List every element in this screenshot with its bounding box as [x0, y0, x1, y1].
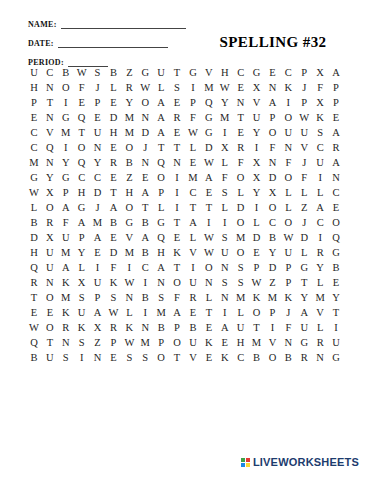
grid-cell-r18c5[interactable]: X — [90, 321, 106, 336]
grid-cell-r3c20[interactable]: P — [328, 96, 344, 111]
grid-cell-r17c8[interactable]: I — [137, 306, 153, 321]
grid-cell-r4c5[interactable]: E — [90, 111, 106, 126]
grid-cell-r12c19[interactable]: I — [312, 231, 328, 246]
grid-cell-r5c17[interactable]: U — [280, 126, 296, 141]
grid-cell-r10c10[interactable]: I — [169, 201, 185, 216]
grid-cell-r12c9[interactable]: Q — [153, 231, 169, 246]
grid-cell-r1c14[interactable]: C — [233, 66, 249, 81]
grid-cell-r7c6[interactable]: R — [105, 156, 121, 171]
grid-cell-r19c14[interactable]: H — [233, 336, 249, 351]
grid-cell-r2c7[interactable]: R — [121, 81, 137, 96]
grid-cell-r13c7[interactable]: M — [121, 246, 137, 261]
grid-cell-r10c20[interactable]: E — [328, 201, 344, 216]
grid-cell-r20c17[interactable]: B — [280, 351, 296, 366]
grid-cell-r5c18[interactable]: U — [296, 126, 312, 141]
grid-cell-r9c11[interactable]: C — [185, 186, 201, 201]
grid-cell-r4c10[interactable]: R — [169, 111, 185, 126]
grid-cell-r6c13[interactable]: X — [217, 141, 233, 156]
grid-cell-r19c11[interactable]: U — [185, 336, 201, 351]
grid-cell-r12c13[interactable]: S — [217, 231, 233, 246]
grid-cell-r3c9[interactable]: A — [153, 96, 169, 111]
grid-cell-r12c7[interactable]: V — [121, 231, 137, 246]
grid-cell-r3c5[interactable]: P — [90, 96, 106, 111]
grid-cell-r20c12[interactable]: E — [201, 351, 217, 366]
grid-cell-r2c12[interactable]: M — [201, 81, 217, 96]
grid-cell-r10c3[interactable]: A — [58, 201, 74, 216]
grid-cell-r20c3[interactable]: S — [58, 351, 74, 366]
grid-cell-r3c16[interactable]: A — [264, 96, 280, 111]
grid-cell-r12c4[interactable]: P — [74, 231, 90, 246]
grid-cell-r3c2[interactable]: T — [42, 96, 58, 111]
grid-cell-r19c1[interactable]: Q — [26, 336, 42, 351]
grid-cell-r2c15[interactable]: X — [249, 81, 265, 96]
grid-cell-r18c3[interactable]: R — [58, 321, 74, 336]
grid-cell-r16c1[interactable]: T — [26, 291, 42, 306]
grid-cell-r4c8[interactable]: N — [137, 111, 153, 126]
grid-cell-r6c15[interactable]: I — [249, 141, 265, 156]
grid-cell-r14c4[interactable]: L — [74, 261, 90, 276]
grid-cell-r11c2[interactable]: R — [42, 216, 58, 231]
grid-cell-r15c16[interactable]: Z — [264, 276, 280, 291]
grid-cell-r17c14[interactable]: L — [233, 306, 249, 321]
grid-cell-r7c5[interactable]: Y — [90, 156, 106, 171]
grid-cell-r11c15[interactable]: L — [249, 216, 265, 231]
grid-cell-r4c19[interactable]: K — [312, 111, 328, 126]
grid-cell-r13c6[interactable]: D — [105, 246, 121, 261]
grid-cell-r18c16[interactable]: I — [264, 321, 280, 336]
grid-cell-r16c13[interactable]: N — [217, 291, 233, 306]
grid-cell-r3c14[interactable]: N — [233, 96, 249, 111]
grid-cell-r19c13[interactable]: E — [217, 336, 233, 351]
grid-cell-r5c1[interactable]: C — [26, 126, 42, 141]
grid-cell-r5c8[interactable]: D — [137, 126, 153, 141]
grid-cell-r14c11[interactable]: I — [185, 261, 201, 276]
grid-cell-r10c9[interactable]: L — [153, 201, 169, 216]
grid-cell-r17c3[interactable]: K — [58, 306, 74, 321]
grid-cell-r10c15[interactable]: I — [249, 201, 265, 216]
grid-cell-r15c5[interactable]: U — [90, 276, 106, 291]
grid-cell-r14c8[interactable]: C — [137, 261, 153, 276]
grid-cell-r17c20[interactable]: T — [328, 306, 344, 321]
grid-cell-r15c15[interactable]: W — [249, 276, 265, 291]
grid-cell-r20c16[interactable]: O — [264, 351, 280, 366]
grid-cell-r1c13[interactable]: H — [217, 66, 233, 81]
grid-cell-r1c6[interactable]: B — [105, 66, 121, 81]
grid-cell-r19c15[interactable]: M — [249, 336, 265, 351]
grid-cell-r19c19[interactable]: R — [312, 336, 328, 351]
grid-cell-r19c8[interactable]: M — [137, 336, 153, 351]
grid-cell-r19c6[interactable]: P — [105, 336, 121, 351]
grid-cell-r2c18[interactable]: J — [296, 81, 312, 96]
grid-cell-r20c13[interactable]: K — [217, 351, 233, 366]
grid-cell-r16c10[interactable]: F — [169, 291, 185, 306]
grid-cell-r13c19[interactable]: R — [312, 246, 328, 261]
grid-cell-r14c6[interactable]: F — [105, 261, 121, 276]
grid-cell-r17c1[interactable]: E — [26, 306, 42, 321]
grid-cell-r9c3[interactable]: P — [58, 186, 74, 201]
grid-cell-r13c13[interactable]: U — [217, 246, 233, 261]
grid-cell-r15c14[interactable]: S — [233, 276, 249, 291]
grid-cell-r13c14[interactable]: O — [233, 246, 249, 261]
grid-cell-r15c11[interactable]: U — [185, 276, 201, 291]
grid-cell-r7c3[interactable]: Y — [58, 156, 74, 171]
grid-cell-r6c14[interactable]: R — [233, 141, 249, 156]
grid-cell-r11c11[interactable]: A — [185, 216, 201, 231]
grid-cell-r8c13[interactable]: F — [217, 171, 233, 186]
grid-cell-r9c15[interactable]: Y — [249, 186, 265, 201]
grid-cell-r15c4[interactable]: X — [74, 276, 90, 291]
grid-cell-r4c9[interactable]: A — [153, 111, 169, 126]
grid-cell-r2c10[interactable]: S — [169, 81, 185, 96]
grid-cell-r7c11[interactable]: E — [185, 156, 201, 171]
grid-cell-r13c9[interactable]: H — [153, 246, 169, 261]
grid-cell-r14c14[interactable]: S — [233, 261, 249, 276]
grid-cell-r7c14[interactable]: F — [233, 156, 249, 171]
grid-cell-r12c3[interactable]: U — [58, 231, 74, 246]
grid-cell-r5c12[interactable]: G — [201, 126, 217, 141]
grid-cell-r13c5[interactable]: E — [90, 246, 106, 261]
grid-cell-r18c15[interactable]: T — [249, 321, 265, 336]
grid-cell-r2c6[interactable]: L — [105, 81, 121, 96]
grid-cell-r3c18[interactable]: P — [296, 96, 312, 111]
grid-cell-r4c11[interactable]: F — [185, 111, 201, 126]
grid-cell-r8c9[interactable]: O — [153, 171, 169, 186]
grid-cell-r11c5[interactable]: M — [90, 216, 106, 231]
grid-cell-r17c17[interactable]: J — [280, 306, 296, 321]
grid-cell-r8c16[interactable]: D — [264, 171, 280, 186]
grid-cell-r6c6[interactable]: E — [105, 141, 121, 156]
grid-cell-r14c15[interactable]: P — [249, 261, 265, 276]
grid-cell-r1c11[interactable]: G — [185, 66, 201, 81]
grid-cell-r4c1[interactable]: E — [26, 111, 42, 126]
grid-cell-r5c2[interactable]: V — [42, 126, 58, 141]
grid-cell-r17c4[interactable]: U — [74, 306, 90, 321]
grid-cell-r16c9[interactable]: S — [153, 291, 169, 306]
grid-cell-r20c5[interactable]: N — [90, 351, 106, 366]
grid-cell-r8c17[interactable]: O — [280, 171, 296, 186]
grid-cell-r1c10[interactable]: T — [169, 66, 185, 81]
grid-cell-r1c2[interactable]: C — [42, 66, 58, 81]
grid-cell-r5c15[interactable]: Y — [249, 126, 265, 141]
grid-cell-r1c7[interactable]: Z — [121, 66, 137, 81]
grid-cell-r17c6[interactable]: W — [105, 306, 121, 321]
grid-cell-r12c1[interactable]: D — [26, 231, 42, 246]
grid-cell-r20c7[interactable]: S — [121, 351, 137, 366]
grid-cell-r2c19[interactable]: F — [312, 81, 328, 96]
grid-cell-r1c4[interactable]: W — [74, 66, 90, 81]
grid-cell-r7c13[interactable]: L — [217, 156, 233, 171]
grid-cell-r11c8[interactable]: B — [137, 216, 153, 231]
grid-cell-r5c6[interactable]: H — [105, 126, 121, 141]
grid-cell-r13c4[interactable]: Y — [74, 246, 90, 261]
grid-cell-r19c12[interactable]: K — [201, 336, 217, 351]
grid-cell-r4c18[interactable]: W — [296, 111, 312, 126]
grid-cell-r13c11[interactable]: V — [185, 246, 201, 261]
grid-cell-r6c18[interactable]: V — [296, 141, 312, 156]
grid-cell-r17c10[interactable]: A — [169, 306, 185, 321]
grid-cell-r15c3[interactable]: K — [58, 276, 74, 291]
grid-cell-r8c5[interactable]: C — [90, 171, 106, 186]
grid-cell-r20c1[interactable]: B — [26, 351, 42, 366]
grid-cell-r19c5[interactable]: Z — [90, 336, 106, 351]
grid-cell-r6c5[interactable]: N — [90, 141, 106, 156]
grid-cell-r4c20[interactable]: E — [328, 111, 344, 126]
grid-cell-r1c1[interactable]: U — [26, 66, 42, 81]
grid-cell-r17c5[interactable]: A — [90, 306, 106, 321]
grid-cell-r18c12[interactable]: E — [201, 321, 217, 336]
grid-cell-r12c6[interactable]: E — [105, 231, 121, 246]
grid-cell-r7c9[interactable]: Q — [153, 156, 169, 171]
grid-cell-r2c14[interactable]: E — [233, 81, 249, 96]
grid-cell-r15c7[interactable]: W — [121, 276, 137, 291]
grid-cell-r6c2[interactable]: Q — [42, 141, 58, 156]
grid-cell-r20c11[interactable]: V — [185, 351, 201, 366]
grid-cell-r16c3[interactable]: M — [58, 291, 74, 306]
grid-cell-r7c15[interactable]: X — [249, 156, 265, 171]
grid-cell-r17c15[interactable]: O — [249, 306, 265, 321]
grid-cell-r6c16[interactable]: F — [264, 141, 280, 156]
grid-cell-r6c7[interactable]: O — [121, 141, 137, 156]
grid-cell-r6c9[interactable]: T — [153, 141, 169, 156]
grid-cell-r9c4[interactable]: H — [74, 186, 90, 201]
grid-cell-r12c16[interactable]: B — [264, 231, 280, 246]
grid-cell-r5c13[interactable]: I — [217, 126, 233, 141]
grid-cell-r13c16[interactable]: Y — [264, 246, 280, 261]
grid-cell-r1c16[interactable]: E — [264, 66, 280, 81]
grid-cell-r10c2[interactable]: O — [42, 201, 58, 216]
grid-cell-r6c3[interactable]: I — [58, 141, 74, 156]
grid-cell-r5c3[interactable]: M — [58, 126, 74, 141]
grid-cell-r1c18[interactable]: P — [296, 66, 312, 81]
grid-cell-r9c9[interactable]: P — [153, 186, 169, 201]
grid-cell-r16c2[interactable]: O — [42, 291, 58, 306]
grid-cell-r18c18[interactable]: U — [296, 321, 312, 336]
grid-cell-r17c12[interactable]: T — [201, 306, 217, 321]
grid-cell-r2c13[interactable]: W — [217, 81, 233, 96]
grid-cell-r18c10[interactable]: P — [169, 321, 185, 336]
grid-cell-r12c18[interactable]: D — [296, 231, 312, 246]
grid-cell-r18c9[interactable]: B — [153, 321, 169, 336]
grid-cell-r11c16[interactable]: C — [264, 216, 280, 231]
grid-cell-r3c12[interactable]: Q — [201, 96, 217, 111]
grid-cell-r11c7[interactable]: G — [121, 216, 137, 231]
grid-cell-r7c7[interactable]: B — [121, 156, 137, 171]
grid-cell-r1c17[interactable]: C — [280, 66, 296, 81]
grid-cell-r16c12[interactable]: L — [201, 291, 217, 306]
grid-cell-r19c7[interactable]: W — [121, 336, 137, 351]
grid-cell-r10c16[interactable]: O — [264, 201, 280, 216]
grid-cell-r8c4[interactable]: C — [74, 171, 90, 186]
grid-cell-r5c11[interactable]: W — [185, 126, 201, 141]
grid-cell-r16c14[interactable]: M — [233, 291, 249, 306]
grid-cell-r4c12[interactable]: G — [201, 111, 217, 126]
grid-cell-r5c16[interactable]: O — [264, 126, 280, 141]
name-input-line[interactable] — [61, 19, 186, 29]
grid-cell-r9c18[interactable]: L — [296, 186, 312, 201]
grid-cell-r8c7[interactable]: Z — [121, 171, 137, 186]
grid-cell-r10c12[interactable]: T — [201, 201, 217, 216]
grid-cell-r15c12[interactable]: N — [201, 276, 217, 291]
grid-cell-r9c16[interactable]: X — [264, 186, 280, 201]
grid-cell-r13c20[interactable]: G — [328, 246, 344, 261]
grid-cell-r14c3[interactable]: A — [58, 261, 74, 276]
grid-cell-r8c20[interactable]: N — [328, 171, 344, 186]
grid-cell-r17c11[interactable]: E — [185, 306, 201, 321]
grid-cell-r16c19[interactable]: M — [312, 291, 328, 306]
grid-cell-r4c7[interactable]: M — [121, 111, 137, 126]
grid-cell-r16c4[interactable]: S — [74, 291, 90, 306]
grid-cell-r4c14[interactable]: T — [233, 111, 249, 126]
grid-cell-r10c18[interactable]: Z — [296, 201, 312, 216]
grid-cell-r7c12[interactable]: W — [201, 156, 217, 171]
grid-cell-r12c2[interactable]: X — [42, 231, 58, 246]
grid-cell-r9c14[interactable]: L — [233, 186, 249, 201]
grid-cell-r3c4[interactable]: E — [74, 96, 90, 111]
grid-cell-r8c10[interactable]: I — [169, 171, 185, 186]
grid-cell-r10c11[interactable]: T — [185, 201, 201, 216]
grid-cell-r8c18[interactable]: F — [296, 171, 312, 186]
grid-cell-r8c12[interactable]: A — [201, 171, 217, 186]
grid-cell-r17c7[interactable]: L — [121, 306, 137, 321]
grid-cell-r2c16[interactable]: N — [264, 81, 280, 96]
grid-cell-r14c2[interactable]: U — [42, 261, 58, 276]
grid-cell-r1c12[interactable]: V — [201, 66, 217, 81]
grid-cell-r16c7[interactable]: N — [121, 291, 137, 306]
grid-cell-r3c19[interactable]: X — [312, 96, 328, 111]
grid-cell-r20c8[interactable]: S — [137, 351, 153, 366]
grid-cell-r1c19[interactable]: X — [312, 66, 328, 81]
grid-cell-r9c2[interactable]: X — [42, 186, 58, 201]
grid-cell-r8c2[interactable]: Y — [42, 171, 58, 186]
grid-cell-r1c5[interactable]: S — [90, 66, 106, 81]
grid-cell-r19c2[interactable]: T — [42, 336, 58, 351]
grid-cell-r6c8[interactable]: J — [137, 141, 153, 156]
grid-cell-r15c13[interactable]: S — [217, 276, 233, 291]
grid-cell-r9c13[interactable]: S — [217, 186, 233, 201]
grid-cell-r1c15[interactable]: G — [249, 66, 265, 81]
grid-cell-r20c15[interactable]: B — [249, 351, 265, 366]
grid-cell-r7c20[interactable]: A — [328, 156, 344, 171]
grid-cell-r12c11[interactable]: L — [185, 231, 201, 246]
grid-cell-r14c5[interactable]: I — [90, 261, 106, 276]
grid-cell-r15c9[interactable]: N — [153, 276, 169, 291]
grid-cell-r12c12[interactable]: W — [201, 231, 217, 246]
grid-cell-r19c4[interactable]: S — [74, 336, 90, 351]
grid-cell-r20c10[interactable]: T — [169, 351, 185, 366]
grid-cell-r2c17[interactable]: K — [280, 81, 296, 96]
grid-cell-r5c10[interactable]: E — [169, 126, 185, 141]
grid-cell-r11c9[interactable]: G — [153, 216, 169, 231]
grid-cell-r13c18[interactable]: L — [296, 246, 312, 261]
grid-cell-r3c6[interactable]: E — [105, 96, 121, 111]
grid-cell-r10c19[interactable]: A — [312, 201, 328, 216]
grid-cell-r18c14[interactable]: U — [233, 321, 249, 336]
grid-cell-r5c5[interactable]: U — [90, 126, 106, 141]
grid-cell-r17c16[interactable]: P — [264, 306, 280, 321]
grid-cell-r11c3[interactable]: F — [58, 216, 74, 231]
grid-cell-r15c10[interactable]: O — [169, 276, 185, 291]
grid-cell-r8c6[interactable]: E — [105, 171, 121, 186]
grid-cell-r14c7[interactable]: I — [121, 261, 137, 276]
grid-cell-r10c7[interactable]: O — [121, 201, 137, 216]
grid-cell-r15c1[interactable]: R — [26, 276, 42, 291]
grid-cell-r13c15[interactable]: E — [249, 246, 265, 261]
grid-cell-r18c6[interactable]: R — [105, 321, 121, 336]
grid-cell-r19c20[interactable]: U — [328, 336, 344, 351]
grid-cell-r15c19[interactable]: L — [312, 276, 328, 291]
grid-cell-r16c5[interactable]: P — [90, 291, 106, 306]
grid-cell-r14c18[interactable]: G — [296, 261, 312, 276]
grid-cell-r17c19[interactable]: V — [312, 306, 328, 321]
grid-cell-r20c6[interactable]: E — [105, 351, 121, 366]
grid-cell-r15c8[interactable]: I — [137, 276, 153, 291]
grid-cell-r11c20[interactable]: O — [328, 216, 344, 231]
grid-cell-r2c20[interactable]: P — [328, 81, 344, 96]
grid-cell-r18c1[interactable]: W — [26, 321, 42, 336]
grid-cell-r3c17[interactable]: I — [280, 96, 296, 111]
grid-cell-r13c17[interactable]: U — [280, 246, 296, 261]
grid-cell-r6c4[interactable]: O — [74, 141, 90, 156]
grid-cell-r2c2[interactable]: N — [42, 81, 58, 96]
grid-cell-r11c6[interactable]: B — [105, 216, 121, 231]
grid-cell-r11c17[interactable]: O — [280, 216, 296, 231]
grid-cell-r1c20[interactable]: A — [328, 66, 344, 81]
grid-cell-r3c13[interactable]: Y — [217, 96, 233, 111]
grid-cell-r9c10[interactable]: I — [169, 186, 185, 201]
grid-cell-r12c10[interactable]: E — [169, 231, 185, 246]
grid-cell-r19c17[interactable]: N — [280, 336, 296, 351]
grid-cell-r6c20[interactable]: R — [328, 141, 344, 156]
grid-cell-r11c13[interactable]: I — [217, 216, 233, 231]
grid-cell-r6c17[interactable]: N — [280, 141, 296, 156]
grid-cell-r9c20[interactable]: C — [328, 186, 344, 201]
grid-cell-r14c20[interactable]: B — [328, 261, 344, 276]
grid-cell-r14c12[interactable]: O — [201, 261, 217, 276]
grid-cell-r7c8[interactable]: N — [137, 156, 153, 171]
grid-cell-r12c14[interactable]: M — [233, 231, 249, 246]
grid-cell-r7c16[interactable]: N — [264, 156, 280, 171]
grid-cell-r11c1[interactable]: B — [26, 216, 42, 231]
grid-cell-r3c1[interactable]: P — [26, 96, 42, 111]
grid-cell-r17c9[interactable]: M — [153, 306, 169, 321]
grid-cell-r19c18[interactable]: G — [296, 336, 312, 351]
grid-cell-r16c16[interactable]: M — [264, 291, 280, 306]
grid-cell-r16c17[interactable]: K — [280, 291, 296, 306]
grid-cell-r15c17[interactable]: P — [280, 276, 296, 291]
grid-cell-r11c12[interactable]: I — [201, 216, 217, 231]
grid-cell-r4c15[interactable]: U — [249, 111, 265, 126]
grid-cell-r3c7[interactable]: Y — [121, 96, 137, 111]
grid-cell-r15c6[interactable]: K — [105, 276, 121, 291]
grid-cell-r9c8[interactable]: A — [137, 186, 153, 201]
grid-cell-r11c14[interactable]: O — [233, 216, 249, 231]
grid-cell-r19c3[interactable]: N — [58, 336, 74, 351]
grid-cell-r14c1[interactable]: Q — [26, 261, 42, 276]
grid-cell-r11c4[interactable]: A — [74, 216, 90, 231]
grid-cell-r18c7[interactable]: K — [121, 321, 137, 336]
grid-cell-r20c2[interactable]: U — [42, 351, 58, 366]
grid-cell-r13c3[interactable]: M — [58, 246, 74, 261]
grid-cell-r18c19[interactable]: L — [312, 321, 328, 336]
grid-cell-r2c5[interactable]: J — [90, 81, 106, 96]
grid-cell-r18c2[interactable]: O — [42, 321, 58, 336]
grid-cell-r18c20[interactable]: I — [328, 321, 344, 336]
grid-cell-r10c4[interactable]: G — [74, 201, 90, 216]
grid-cell-r9c1[interactable]: W — [26, 186, 42, 201]
grid-cell-r7c18[interactable]: J — [296, 156, 312, 171]
grid-cell-r13c2[interactable]: U — [42, 246, 58, 261]
grid-cell-r7c10[interactable]: N — [169, 156, 185, 171]
